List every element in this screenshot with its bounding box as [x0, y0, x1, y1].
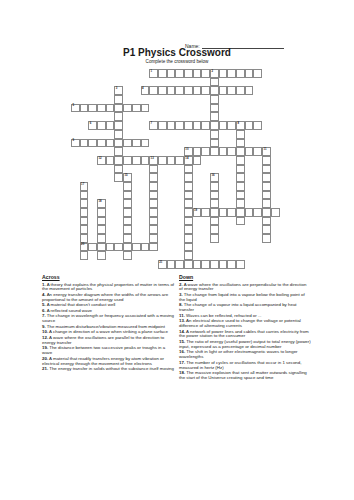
crossword-cell[interactable]	[80, 191, 89, 200]
clue-number: 12	[98, 157, 101, 160]
crossword-cell[interactable]	[114, 104, 123, 113]
crossword-cell[interactable]	[262, 173, 271, 182]
down-heading: Down	[179, 274, 311, 280]
crossword-cell[interactable]	[114, 243, 123, 252]
crossword-cell[interactable]	[210, 182, 219, 191]
crossword-cell[interactable]	[184, 182, 193, 191]
crossword-cell[interactable]: 6	[88, 121, 97, 130]
crossword-cell[interactable]: 17	[80, 182, 89, 191]
crossword-cell[interactable]: 14	[184, 156, 193, 165]
crossword-cell[interactable]	[262, 217, 271, 226]
crossword-cell[interactable]	[236, 191, 245, 200]
crossword-cell[interactable]	[201, 86, 210, 95]
clue-8-down: 8. The change of a vapour into a liquid …	[179, 303, 311, 313]
page-title: P1 Physics Crossword	[0, 47, 354, 58]
crossword-cell[interactable]	[80, 139, 89, 148]
crossword-cell[interactable]: 15	[123, 173, 132, 182]
crossword-cell[interactable]: 4	[141, 86, 150, 95]
crossword-cell[interactable]	[141, 156, 150, 165]
clue-number: 18	[98, 200, 101, 203]
down-clues: Down 2. A wave where the oscillations ar…	[179, 274, 311, 382]
crossword-cell[interactable]	[210, 234, 219, 243]
clue-number: 16	[211, 174, 214, 177]
crossword-cell[interactable]	[184, 234, 193, 243]
crossword-cell[interactable]	[184, 199, 193, 208]
clue-number: 9	[72, 139, 74, 142]
crossword-cell[interactable]	[201, 208, 210, 217]
across-clues: Across 1. A theory that explains the phy…	[42, 274, 175, 373]
crossword-cell[interactable]: 16	[210, 173, 219, 182]
clue-number: 11	[264, 148, 267, 151]
crossword-cell[interactable]	[184, 69, 193, 78]
clue-15-down: 15. The ratio of energy (useful power) o…	[179, 340, 311, 350]
crossword-cell[interactable]	[201, 147, 210, 156]
crossword-cell[interactable]	[97, 139, 106, 148]
crossword-cell[interactable]	[262, 234, 271, 243]
clue-16-down: 16. The shift in light or other electrom…	[179, 350, 311, 360]
crossword-cell[interactable]	[175, 86, 184, 95]
crossword-cell[interactable]	[253, 121, 262, 130]
crossword-cell[interactable]	[245, 86, 254, 95]
crossword-cell[interactable]	[149, 217, 158, 226]
crossword-cell[interactable]	[219, 121, 228, 130]
crossword-cell[interactable]	[97, 121, 106, 130]
crossword-cell[interactable]	[184, 225, 193, 234]
crossword-cell[interactable]: 2	[210, 69, 219, 78]
crossword-cell[interactable]	[149, 165, 158, 174]
crossword-cell[interactable]	[80, 225, 89, 234]
clue-number: 10	[185, 148, 188, 151]
crossword-cell[interactable]	[210, 217, 219, 226]
crossword-cell[interactable]	[184, 173, 193, 182]
crossword-cell[interactable]	[123, 225, 132, 234]
clue-18-down: 18. The massive explosion that sent all …	[179, 371, 311, 381]
crossword-cell[interactable]	[236, 199, 245, 208]
clue-number: 6	[90, 122, 92, 125]
crossword-cell[interactable]	[193, 156, 202, 165]
crossword-cell[interactable]	[219, 69, 228, 78]
crossword-grid: 123456789101112131415161718192021	[71, 69, 280, 269]
crossword-cell[interactable]	[219, 147, 228, 156]
clue-number: 4	[142, 87, 144, 90]
crossword-cell[interactable]	[210, 121, 219, 130]
crossword-cell[interactable]	[141, 139, 150, 148]
clue-number: 17	[81, 183, 84, 186]
crossword-cell[interactable]	[262, 191, 271, 200]
crossword-cell[interactable]	[149, 208, 158, 217]
crossword-cell[interactable]	[88, 243, 97, 252]
crossword-cell[interactable]	[253, 147, 262, 156]
crossword-cell[interactable]	[210, 199, 219, 208]
crossword-cell[interactable]	[167, 121, 176, 130]
crossword-cell[interactable]	[193, 86, 202, 95]
crossword-cell[interactable]	[141, 104, 150, 113]
down-clue-list: 2. A wave where the oscillations are per…	[179, 283, 311, 381]
page-subtitle: Complete the crossword below	[0, 59, 354, 64]
crossword-cell[interactable]	[158, 156, 167, 165]
crossword-cell[interactable]	[236, 86, 245, 95]
crossword-cell[interactable]	[149, 86, 158, 95]
clue-12-across: 12. A wave where the oscillations are pa…	[42, 336, 175, 346]
crossword-cell[interactable]	[114, 165, 123, 174]
crossword-cell[interactable]	[262, 199, 271, 208]
crossword-cell[interactable]	[97, 243, 106, 252]
clue-number: 14	[185, 157, 188, 160]
crossword-cell[interactable]	[245, 69, 254, 78]
crossword-cell[interactable]	[114, 147, 123, 156]
crossword-cell[interactable]	[106, 243, 115, 252]
crossword-cell[interactable]	[114, 156, 123, 165]
crossword-cell[interactable]	[123, 182, 132, 191]
crossword-cell[interactable]	[123, 191, 132, 200]
crossword-cell[interactable]	[210, 225, 219, 234]
clue-14-down: 14. A network of power lines and cables …	[179, 330, 311, 340]
clue-number: 21	[159, 261, 162, 264]
crossword-cell[interactable]	[149, 225, 158, 234]
crossword-cell[interactable]	[262, 208, 271, 217]
crossword-cell[interactable]: 20	[80, 243, 89, 252]
crossword-cell[interactable]	[245, 121, 254, 130]
crossword-cell[interactable]	[262, 225, 271, 234]
crossword-cell[interactable]	[141, 243, 150, 252]
crossword-cell[interactable]	[236, 208, 245, 217]
crossword-cell[interactable]	[210, 191, 219, 200]
crossword-cell[interactable]	[80, 104, 89, 113]
crossword-cell[interactable]	[184, 217, 193, 226]
crossword-cell[interactable]	[236, 147, 245, 156]
crossword-cell[interactable]	[158, 69, 167, 78]
clue-13-down: 13. An electrical device used to change …	[179, 319, 311, 329]
crossword-cell[interactable]	[149, 191, 158, 200]
crossword-cell[interactable]	[184, 251, 193, 260]
crossword-cell[interactable]	[80, 251, 89, 260]
crossword-cell[interactable]	[149, 173, 158, 182]
crossword-cell[interactable]	[193, 147, 202, 156]
clue-1-across: 1. A theory that explains the physical p…	[42, 283, 175, 293]
clue-number: 7	[151, 122, 153, 125]
crossword-cell[interactable]	[210, 147, 219, 156]
crossword-cell[interactable]	[80, 234, 89, 243]
crossword-cell[interactable]	[201, 260, 210, 269]
clue-number: 15	[125, 174, 128, 177]
clue-17-down: 17. The number of cycles or oscillations…	[179, 361, 311, 371]
crossword-cell[interactable]	[236, 69, 245, 78]
crossword-cell[interactable]	[253, 208, 262, 217]
crossword-cell[interactable]: 19	[193, 208, 202, 217]
crossword-cell[interactable]	[88, 139, 97, 148]
crossword-cell[interactable]	[210, 112, 219, 121]
crossword-cell[interactable]	[175, 156, 184, 165]
crossword-cell[interactable]	[227, 147, 236, 156]
crossword-cell[interactable]	[271, 208, 280, 217]
clue-number: 13	[151, 157, 154, 160]
crossword-cell[interactable]	[236, 156, 245, 165]
clue-7-across: 7. The change in wavelength or frequency…	[42, 314, 175, 324]
clue-21-across: 21. The energy transfer in solids withou…	[42, 367, 175, 372]
crossword-cell[interactable]: 13	[149, 156, 158, 165]
crossword-cell[interactable]	[167, 260, 176, 269]
crossword-cell[interactable]	[149, 182, 158, 191]
crossword-cell[interactable]	[88, 104, 97, 113]
crossword-cell[interactable]	[210, 139, 219, 148]
crossword-cell[interactable]	[184, 165, 193, 174]
crossword-cell[interactable]	[149, 243, 158, 252]
crossword-cell[interactable]	[97, 225, 106, 234]
crossword-cell[interactable]	[149, 234, 158, 243]
crossword-cell[interactable]	[236, 217, 245, 226]
crossword-cell[interactable]	[114, 112, 123, 121]
crossword-cell[interactable]	[114, 173, 123, 182]
crossword-cell[interactable]	[114, 130, 123, 139]
crossword-cell[interactable]	[210, 104, 219, 113]
across-heading: Across	[42, 274, 175, 280]
crossword-cell[interactable]	[210, 95, 219, 104]
crossword-cell[interactable]	[210, 130, 219, 139]
crossword-cell[interactable]	[80, 199, 89, 208]
clue-number: 19	[194, 209, 197, 212]
crossword-cell[interactable]	[123, 234, 132, 243]
crossword-cell[interactable]	[123, 251, 132, 260]
crossword-cell[interactable]	[123, 199, 132, 208]
crossword-cell[interactable]	[227, 208, 236, 217]
crossword-cell[interactable]	[132, 156, 141, 165]
crossword-cell[interactable]	[236, 139, 245, 148]
crossword-cell[interactable]	[184, 208, 193, 217]
crossword-cell[interactable]	[236, 182, 245, 191]
crossword-cell[interactable]	[262, 182, 271, 191]
crossword-cell[interactable]	[132, 139, 141, 148]
crossword-cell[interactable]: 8	[236, 121, 245, 130]
crossword-cell[interactable]: 7	[149, 121, 158, 130]
crossword-cell[interactable]	[236, 173, 245, 182]
crossword-cell[interactable]	[184, 260, 193, 269]
crossword-cell[interactable]	[227, 121, 236, 130]
crossword-cell[interactable]	[80, 208, 89, 217]
crossword-cell[interactable]	[97, 251, 106, 260]
crossword-cell[interactable]	[236, 165, 245, 174]
crossword-cell[interactable]	[167, 86, 176, 95]
crossword-cell[interactable]	[132, 243, 141, 252]
crossword-cell[interactable]	[219, 208, 228, 217]
crossword-cell[interactable]	[262, 165, 271, 174]
crossword-cell[interactable]: 21	[158, 260, 167, 269]
crossword-cell[interactable]: 9	[71, 139, 80, 148]
crossword-cell[interactable]: 5	[71, 104, 80, 113]
crossword-cell[interactable]	[123, 139, 132, 148]
crossword-cell[interactable]	[106, 104, 115, 113]
crossword-cell[interactable]: 12	[97, 156, 106, 165]
crossword-cell[interactable]	[193, 69, 202, 78]
crossword-cell[interactable]	[97, 208, 106, 217]
crossword-cell[interactable]	[175, 260, 184, 269]
across-clue-list: 1. A theory that explains the physical p…	[42, 283, 175, 373]
clue-number: 1	[151, 70, 153, 73]
crossword-cell[interactable]	[210, 78, 219, 87]
clue-number: 3	[116, 87, 118, 90]
clue-number: 5	[72, 104, 74, 107]
clue-number: 2	[211, 70, 213, 73]
crossword-cell[interactable]	[114, 139, 123, 148]
crossword-cell[interactable]	[184, 121, 193, 130]
crossword-cell[interactable]	[227, 86, 236, 95]
crossword-cell[interactable]	[193, 260, 202, 269]
crossword-cell[interactable]	[114, 95, 123, 104]
crossword-cell[interactable]	[193, 121, 202, 130]
crossword-cell[interactable]	[184, 191, 193, 200]
crossword-cell[interactable]	[97, 217, 106, 226]
crossword-cell[interactable]	[158, 121, 167, 130]
clue-number: 20	[81, 243, 84, 246]
worksheet-page: { "header": { "name_label": "Name:", "ti…	[0, 0, 354, 500]
crossword-cell[interactable]	[106, 139, 115, 148]
crossword-cell[interactable]	[123, 217, 132, 226]
crossword-cell[interactable]: 10	[184, 147, 193, 156]
crossword-cell[interactable]: 1	[149, 69, 158, 78]
crossword-cell[interactable]	[175, 69, 184, 78]
crossword-cell[interactable]	[123, 243, 132, 252]
crossword-cell[interactable]	[158, 86, 167, 95]
crossword-cell[interactable]	[245, 208, 254, 217]
clue-20-across: 20. A material that readily transfers en…	[42, 357, 175, 367]
crossword-cell[interactable]: 3	[114, 86, 123, 95]
crossword-cell[interactable]	[227, 69, 236, 78]
crossword-cell[interactable]	[167, 69, 176, 78]
crossword-cell[interactable]	[123, 208, 132, 217]
crossword-cell[interactable]	[236, 260, 245, 269]
crossword-cell[interactable]	[262, 156, 271, 165]
crossword-cell[interactable]	[167, 156, 176, 165]
crossword-cell[interactable]	[184, 86, 193, 95]
crossword-cell[interactable]	[106, 156, 115, 165]
crossword-cell[interactable]	[210, 86, 219, 95]
crossword-cell[interactable]	[80, 217, 89, 226]
crossword-cell[interactable]	[227, 260, 236, 269]
crossword-cell[interactable]: 18	[97, 199, 106, 208]
crossword-cell[interactable]	[253, 69, 262, 78]
crossword-cell[interactable]	[184, 243, 193, 252]
crossword-cell[interactable]	[201, 69, 210, 78]
crossword-cell[interactable]	[106, 121, 115, 130]
crossword-cell[interactable]	[123, 156, 132, 165]
crossword-cell[interactable]	[97, 234, 106, 243]
crossword-cell[interactable]	[201, 121, 210, 130]
crossword-cell[interactable]	[245, 147, 254, 156]
clue-19-across: 19. The distance between two successive …	[42, 346, 175, 356]
crossword-cell[interactable]	[114, 121, 123, 130]
crossword-cell[interactable]: 11	[262, 147, 271, 156]
clue-3-down: 3. The change from liquid into a vapour …	[179, 293, 311, 303]
crossword-cell[interactable]	[123, 104, 132, 113]
crossword-cell[interactable]	[175, 121, 184, 130]
crossword-cell[interactable]	[236, 130, 245, 139]
crossword-cell[interactable]	[149, 199, 158, 208]
clue-number: 8	[237, 122, 239, 125]
crossword-cell[interactable]	[132, 104, 141, 113]
clue-2-down: 2. A wave where the oscillations are per…	[179, 283, 311, 293]
crossword-cell[interactable]	[219, 86, 228, 95]
clue-4-across: 4. An energy transfer diagram where the …	[42, 293, 175, 303]
crossword-cell[interactable]	[210, 208, 219, 217]
crossword-cell[interactable]	[210, 260, 219, 269]
crossword-cell[interactable]	[97, 104, 106, 113]
crossword-cell[interactable]	[219, 260, 228, 269]
